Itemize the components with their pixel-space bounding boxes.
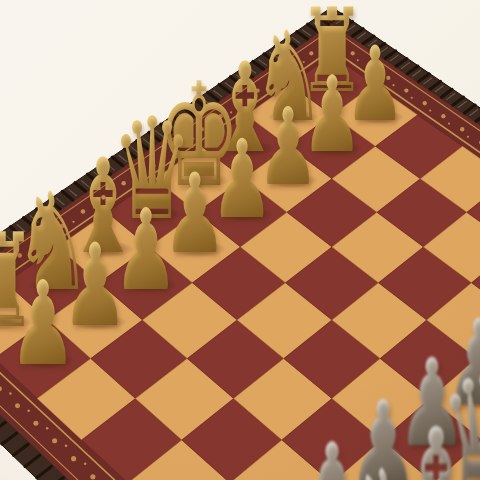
border-scroll-ornament bbox=[153, 165, 155, 167]
border-scroll-ornament bbox=[9, 392, 11, 394]
border-scroll-ornament bbox=[237, 101, 241, 105]
border-scroll-ornament bbox=[249, 99, 251, 101]
border-scroll-ornament bbox=[303, 61, 305, 63]
border-scroll-ornament bbox=[39, 238, 44, 243]
border-scroll-ornament bbox=[292, 63, 296, 67]
border-scroll-ornament bbox=[339, 47, 341, 49]
border-scroll-ornament bbox=[392, 84, 394, 86]
border-scroll-ornament bbox=[141, 167, 145, 171]
border-scroll-ornament bbox=[134, 178, 136, 180]
border-scroll-ornament bbox=[255, 88, 259, 92]
border-scroll-ornament bbox=[274, 76, 278, 80]
border-scroll-ornament bbox=[51, 235, 53, 237]
border-scroll-ornament bbox=[81, 209, 86, 214]
border-scroll-ornament bbox=[441, 114, 445, 118]
border-scroll-ornament bbox=[327, 39, 331, 43]
border-scroll-ornament bbox=[101, 195, 106, 200]
border-scroll-ornament bbox=[429, 110, 431, 112]
border-scroll-ornament bbox=[9, 265, 11, 267]
border-scroll-ornament bbox=[72, 221, 74, 223]
border-scroll-ornament bbox=[357, 59, 359, 61]
chessboard-photo: ♜♞♟♝♟♚♟♛♟♝♟♞♟♜♟♟♟♟♟♝♟♚♟♛♟♝♟♞♜ bbox=[0, 0, 480, 480]
border-scroll-ornament bbox=[460, 127, 464, 131]
border-scroll-ornament bbox=[230, 111, 232, 113]
border-scroll-ornament bbox=[467, 136, 469, 138]
border-scroll-ornament bbox=[200, 127, 204, 131]
border-scroll-ornament bbox=[15, 403, 20, 408]
border-scroll-ornament bbox=[211, 124, 213, 126]
border-scroll-ornament bbox=[309, 51, 313, 55]
border-scroll-ornament bbox=[161, 154, 165, 158]
border-scroll-ornament bbox=[27, 409, 29, 411]
border-scroll-ornament bbox=[338, 37, 340, 39]
chess-board bbox=[0, 0, 480, 480]
border-scroll-ornament bbox=[30, 250, 32, 252]
border-scroll-ornament bbox=[423, 101, 427, 105]
border-scroll-ornament bbox=[386, 76, 390, 80]
border-scroll-ornament bbox=[173, 151, 175, 153]
border-scroll-ornament bbox=[46, 427, 49, 430]
border-scroll-ornament bbox=[351, 51, 355, 55]
border-scroll-ornament bbox=[448, 123, 450, 125]
border-scroll-ornament bbox=[267, 86, 269, 88]
border-scroll-ornament bbox=[320, 49, 322, 51]
border-scroll-ornament bbox=[33, 421, 38, 426]
border-scroll-ornament bbox=[192, 138, 194, 140]
border-scroll-ornament bbox=[90, 474, 95, 479]
border-scroll-ornament bbox=[93, 206, 95, 208]
border-scroll-ornament bbox=[285, 73, 287, 75]
border-scroll-ornament bbox=[17, 253, 22, 258]
border-scroll-ornament bbox=[404, 88, 408, 92]
border-scroll-ornament bbox=[333, 39, 337, 43]
border-scroll-ornament bbox=[52, 438, 57, 443]
border-scroll-ornament bbox=[113, 192, 115, 194]
border-scroll-ornament bbox=[71, 456, 76, 461]
border-scroll-ornament bbox=[368, 63, 372, 67]
border-scroll-ornament bbox=[411, 97, 413, 99]
border-scroll-ornament bbox=[60, 224, 65, 229]
border-scroll-ornament bbox=[65, 445, 68, 448]
border-scroll-ornament bbox=[374, 72, 376, 74]
border-scroll-ornament bbox=[121, 181, 125, 185]
border-scroll-ornament bbox=[218, 114, 222, 118]
border-scroll-ornament bbox=[84, 463, 87, 466]
border-scroll-ornament bbox=[180, 140, 184, 144]
